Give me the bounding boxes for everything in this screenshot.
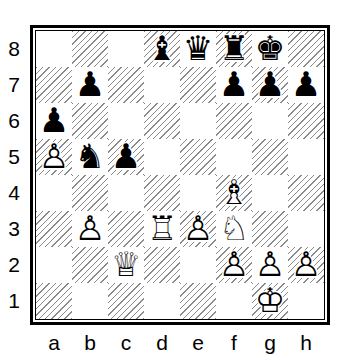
square-b4[interactable]	[72, 175, 108, 211]
square-f6[interactable]	[216, 103, 252, 139]
square-c1[interactable]	[108, 283, 144, 319]
file-label-b: b	[72, 329, 108, 357]
file-label-h: h	[288, 329, 324, 357]
rank-label-6: 6	[0, 103, 28, 139]
piece-glyph: ♟	[72, 66, 108, 102]
square-f2[interactable]: ♟♙	[216, 247, 252, 283]
square-g8[interactable]: ♚	[252, 31, 288, 67]
square-f8[interactable]: ♜	[216, 31, 252, 67]
file-label-g: g	[252, 329, 288, 357]
square-c4[interactable]	[108, 175, 144, 211]
white-pawn[interactable]: ♟♙	[180, 211, 216, 247]
square-h8[interactable]	[288, 31, 324, 67]
board-frame: ♝♛♜♚♟♟♟♟♟♟♙♞♟♝♗♟♙♜♖♟♙♞♘♛♕♟♙♟♙♟♙♚♔	[30, 25, 330, 325]
square-e7[interactable]	[180, 67, 216, 103]
piece-outline-layer: ♘	[216, 210, 252, 246]
square-c7[interactable]	[108, 67, 144, 103]
piece-outline-layer: ♗	[216, 174, 252, 210]
square-c6[interactable]	[108, 103, 144, 139]
piece-glyph: ♚	[252, 30, 288, 66]
white-king[interactable]: ♚♔	[252, 283, 288, 319]
white-queen[interactable]: ♛♕	[108, 247, 144, 283]
square-e6[interactable]	[180, 103, 216, 139]
square-b1[interactable]	[72, 283, 108, 319]
piece-outline-layer: ♙	[216, 246, 252, 282]
piece-outline-layer: ♖	[144, 210, 180, 246]
file-labels: abcdefgh	[36, 329, 324, 357]
white-pawn[interactable]: ♟♙	[216, 247, 252, 283]
square-d4[interactable]	[144, 175, 180, 211]
square-d3[interactable]: ♜♖	[144, 211, 180, 247]
square-b8[interactable]	[72, 31, 108, 67]
square-c3[interactable]	[108, 211, 144, 247]
white-pawn[interactable]: ♟♙	[72, 211, 108, 247]
square-e3[interactable]: ♟♙	[180, 211, 216, 247]
rank-label-4: 4	[0, 175, 28, 211]
square-h5[interactable]	[288, 139, 324, 175]
square-f3[interactable]: ♞♘	[216, 211, 252, 247]
square-d6[interactable]	[144, 103, 180, 139]
piece-glyph: ♟	[216, 66, 252, 102]
piece-outline-layer: ♕	[108, 246, 144, 282]
rank-labels: 87654321	[0, 31, 28, 319]
square-a8[interactable]	[36, 31, 72, 67]
square-f7[interactable]: ♟	[216, 67, 252, 103]
chess-board: ♝♛♜♚♟♟♟♟♟♟♙♞♟♝♗♟♙♜♖♟♙♞♘♛♕♟♙♟♙♟♙♚♔	[35, 30, 325, 320]
black-knight[interactable]: ♞	[72, 139, 108, 175]
square-a1[interactable]	[36, 283, 72, 319]
white-pawn[interactable]: ♟♙	[252, 247, 288, 283]
square-d2[interactable]	[144, 247, 180, 283]
file-label-c: c	[108, 329, 144, 357]
file-label-e: e	[180, 329, 216, 357]
square-e4[interactable]	[180, 175, 216, 211]
square-g2[interactable]: ♟♙	[252, 247, 288, 283]
square-h1[interactable]	[288, 283, 324, 319]
black-queen[interactable]: ♛	[180, 31, 216, 67]
square-b6[interactable]	[72, 103, 108, 139]
white-pawn[interactable]: ♟♙	[36, 139, 72, 175]
piece-outline-layer: ♙	[180, 210, 216, 246]
square-h4[interactable]	[288, 175, 324, 211]
piece-glyph: ♟	[36, 102, 72, 138]
file-label-f: f	[216, 329, 252, 357]
square-b7[interactable]: ♟	[72, 67, 108, 103]
file-label-a: a	[36, 329, 72, 357]
square-b3[interactable]: ♟♙	[72, 211, 108, 247]
piece-glyph: ♛	[180, 30, 216, 66]
white-knight[interactable]: ♞♘	[216, 211, 252, 247]
rank-label-7: 7	[0, 67, 28, 103]
piece-glyph: ♝	[144, 30, 180, 66]
square-c8[interactable]	[108, 31, 144, 67]
square-e2[interactable]	[180, 247, 216, 283]
square-d5[interactable]	[144, 139, 180, 175]
piece-glyph: ♜	[216, 30, 252, 66]
white-pawn[interactable]: ♟♙	[288, 247, 324, 283]
square-d1[interactable]	[144, 283, 180, 319]
rank-label-1: 1	[0, 283, 28, 319]
square-h3[interactable]	[288, 211, 324, 247]
white-rook[interactable]: ♜♖	[144, 211, 180, 247]
square-a7[interactable]	[36, 67, 72, 103]
piece-glyph: ♞	[72, 138, 108, 174]
black-pawn[interactable]: ♟	[72, 67, 108, 103]
black-pawn[interactable]: ♟	[252, 67, 288, 103]
file-label-d: d	[144, 329, 180, 357]
square-h6[interactable]	[288, 103, 324, 139]
piece-outline-layer: ♙	[288, 246, 324, 282]
square-a2[interactable]	[36, 247, 72, 283]
piece-glyph: ♟	[252, 66, 288, 102]
rank-label-8: 8	[0, 31, 28, 67]
black-pawn[interactable]: ♟	[216, 67, 252, 103]
square-d8[interactable]: ♝	[144, 31, 180, 67]
piece-outline-layer: ♙	[36, 138, 72, 174]
piece-outline-layer: ♙	[252, 246, 288, 282]
piece-glyph: ♟	[288, 66, 324, 102]
square-e8[interactable]: ♛	[180, 31, 216, 67]
square-h2[interactable]: ♟♙	[288, 247, 324, 283]
square-g7[interactable]: ♟	[252, 67, 288, 103]
square-g6[interactable]	[252, 103, 288, 139]
square-g3[interactable]	[252, 211, 288, 247]
piece-outline-layer: ♙	[72, 210, 108, 246]
piece-glyph: ♟	[108, 138, 144, 174]
white-bishop[interactable]: ♝♗	[216, 175, 252, 211]
square-h7[interactable]: ♟	[288, 67, 324, 103]
square-b2[interactable]	[72, 247, 108, 283]
black-pawn[interactable]: ♟	[36, 103, 72, 139]
square-a6[interactable]: ♟	[36, 103, 72, 139]
square-g5[interactable]	[252, 139, 288, 175]
rank-label-5: 5	[0, 139, 28, 175]
square-e5[interactable]	[180, 139, 216, 175]
square-c5[interactable]: ♟	[108, 139, 144, 175]
square-f5[interactable]	[216, 139, 252, 175]
square-d7[interactable]	[144, 67, 180, 103]
black-pawn[interactable]: ♟	[108, 139, 144, 175]
square-c2[interactable]: ♛♕	[108, 247, 144, 283]
black-bishop[interactable]: ♝	[144, 31, 180, 67]
rank-label-2: 2	[0, 247, 28, 283]
black-king[interactable]: ♚	[252, 31, 288, 67]
black-pawn[interactable]: ♟	[288, 67, 324, 103]
square-e1[interactable]	[180, 283, 216, 319]
square-a5[interactable]: ♟♙	[36, 139, 72, 175]
square-b5[interactable]: ♞	[72, 139, 108, 175]
square-a3[interactable]	[36, 211, 72, 247]
square-g1[interactable]: ♚♔	[252, 283, 288, 319]
piece-outline-layer: ♔	[252, 282, 288, 318]
square-g4[interactable]	[252, 175, 288, 211]
square-f4[interactable]: ♝♗	[216, 175, 252, 211]
square-f1[interactable]	[216, 283, 252, 319]
rank-label-3: 3	[0, 211, 28, 247]
black-rook[interactable]: ♜	[216, 31, 252, 67]
chess-diagram-page: { "game": "chess", "position": { "fen": …	[0, 0, 360, 360]
square-a4[interactable]	[36, 175, 72, 211]
